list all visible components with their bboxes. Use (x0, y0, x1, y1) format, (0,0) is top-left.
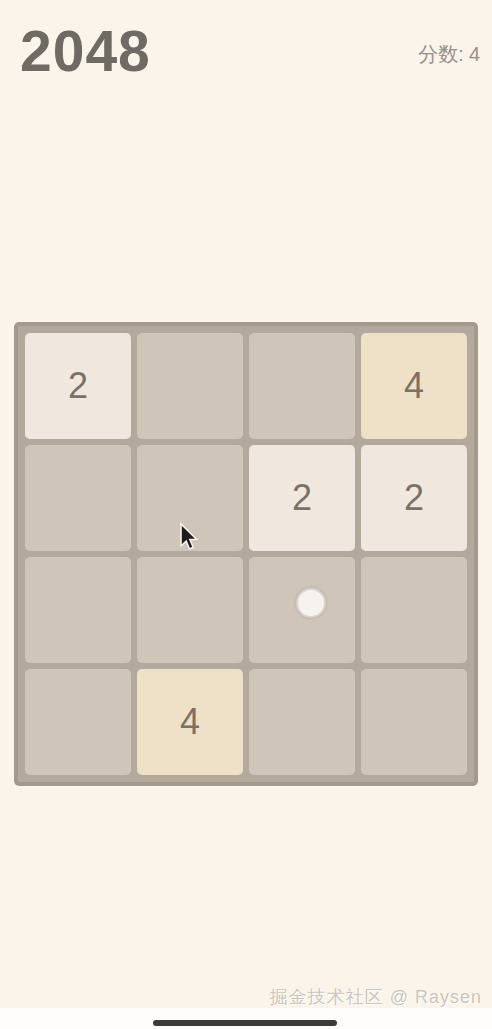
mouse-cursor-icon (177, 522, 201, 552)
empty-cell-r4c4 (361, 669, 467, 775)
game-board[interactable]: 24224 (14, 322, 478, 786)
tile-2-r2c3: 2 (249, 445, 355, 551)
empty-cell-r1c3 (249, 333, 355, 439)
score-display: 分数: 4 (418, 41, 480, 68)
tile-2-r1c1: 2 (25, 333, 131, 439)
touch-indicator (296, 588, 326, 618)
game-title: 2048 (20, 18, 151, 84)
header: 2048 分数: 4 (0, 0, 492, 110)
empty-cell-r4c1 (25, 669, 131, 775)
empty-cell-r4c3 (249, 669, 355, 775)
score-value: 4 (469, 43, 480, 66)
score-label: 分数: (418, 41, 464, 68)
tile-2-r2c4: 2 (361, 445, 467, 551)
empty-cell-r3c1 (25, 557, 131, 663)
empty-cell-r1c2 (137, 333, 243, 439)
empty-cell-r3c2 (137, 557, 243, 663)
empty-cell-r3c4 (361, 557, 467, 663)
tile-4-r1c4: 4 (361, 333, 467, 439)
tile-4-r4c2: 4 (137, 669, 243, 775)
empty-cell-r2c1 (25, 445, 131, 551)
home-indicator-bar[interactable] (153, 1020, 337, 1026)
watermark: 掘金技术社区 @ Raysen (270, 985, 482, 1009)
board-grid: 24224 (18, 326, 474, 782)
